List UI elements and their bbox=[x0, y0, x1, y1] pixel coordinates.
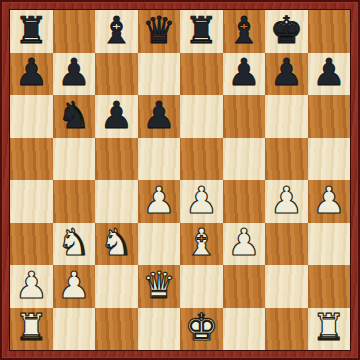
square-e1[interactable]: ♚ bbox=[180, 308, 223, 351]
square-d4[interactable]: ♟ bbox=[138, 180, 181, 223]
square-g8[interactable]: ♚ bbox=[265, 10, 308, 53]
square-c1[interactable] bbox=[95, 308, 138, 351]
square-c4[interactable] bbox=[95, 180, 138, 223]
square-c7[interactable] bbox=[95, 53, 138, 96]
black-knight: ♞ bbox=[57, 97, 90, 134]
square-d3[interactable] bbox=[138, 223, 181, 266]
square-b6[interactable]: ♞ bbox=[53, 95, 96, 138]
square-a7[interactable]: ♟ bbox=[10, 53, 53, 96]
black-rook: ♜ bbox=[185, 12, 218, 49]
square-d7[interactable] bbox=[138, 53, 181, 96]
square-e6[interactable] bbox=[180, 95, 223, 138]
white-pawn: ♟ bbox=[270, 182, 303, 219]
square-a2[interactable]: ♟ bbox=[10, 265, 53, 308]
square-h5[interactable] bbox=[308, 138, 351, 181]
white-pawn: ♟ bbox=[57, 267, 90, 304]
square-a6[interactable] bbox=[10, 95, 53, 138]
square-g6[interactable] bbox=[265, 95, 308, 138]
square-d1[interactable] bbox=[138, 308, 181, 351]
black-pawn: ♟ bbox=[57, 54, 90, 91]
black-rook: ♜ bbox=[15, 12, 48, 49]
square-b3[interactable]: ♞ bbox=[53, 223, 96, 266]
square-f3[interactable]: ♟ bbox=[223, 223, 266, 266]
square-h4[interactable]: ♟ bbox=[308, 180, 351, 223]
white-knight: ♞ bbox=[100, 224, 133, 261]
black-pawn: ♟ bbox=[270, 54, 303, 91]
square-a1[interactable]: ♜ bbox=[10, 308, 53, 351]
square-f2[interactable] bbox=[223, 265, 266, 308]
square-h8[interactable] bbox=[308, 10, 351, 53]
square-c2[interactable] bbox=[95, 265, 138, 308]
square-g7[interactable]: ♟ bbox=[265, 53, 308, 96]
square-h6[interactable] bbox=[308, 95, 351, 138]
square-c5[interactable] bbox=[95, 138, 138, 181]
white-pawn: ♟ bbox=[15, 267, 48, 304]
black-pawn: ♟ bbox=[312, 54, 345, 91]
black-pawn: ♟ bbox=[100, 97, 133, 134]
black-pawn: ♟ bbox=[142, 97, 175, 134]
square-d5[interactable] bbox=[138, 138, 181, 181]
white-knight: ♞ bbox=[57, 224, 90, 261]
square-f5[interactable] bbox=[223, 138, 266, 181]
square-f8[interactable]: ♝ bbox=[223, 10, 266, 53]
square-c6[interactable]: ♟ bbox=[95, 95, 138, 138]
black-pawn: ♟ bbox=[227, 54, 260, 91]
square-b5[interactable] bbox=[53, 138, 96, 181]
chess-board: ♜♝♛♜♝♚♟♟♟♟♟♞♟♟♟♟♟♟♞♞♝♟♟♟♛♜♚♜ bbox=[10, 10, 350, 350]
square-g1[interactable] bbox=[265, 308, 308, 351]
white-rook: ♜ bbox=[312, 309, 345, 346]
chess-board-frame: ♜♝♛♜♝♚♟♟♟♟♟♞♟♟♟♟♟♟♞♞♝♟♟♟♛♜♚♜ bbox=[0, 0, 360, 360]
square-f1[interactable] bbox=[223, 308, 266, 351]
square-g5[interactable] bbox=[265, 138, 308, 181]
black-king: ♚ bbox=[270, 12, 303, 49]
square-g3[interactable] bbox=[265, 223, 308, 266]
square-e4[interactable]: ♟ bbox=[180, 180, 223, 223]
black-queen: ♛ bbox=[142, 12, 175, 49]
square-g2[interactable] bbox=[265, 265, 308, 308]
square-d2[interactable]: ♛ bbox=[138, 265, 181, 308]
square-c8[interactable]: ♝ bbox=[95, 10, 138, 53]
square-e8[interactable]: ♜ bbox=[180, 10, 223, 53]
square-b4[interactable] bbox=[53, 180, 96, 223]
square-e5[interactable] bbox=[180, 138, 223, 181]
square-e2[interactable] bbox=[180, 265, 223, 308]
square-b8[interactable] bbox=[53, 10, 96, 53]
square-a4[interactable] bbox=[10, 180, 53, 223]
square-d8[interactable]: ♛ bbox=[138, 10, 181, 53]
square-e3[interactable]: ♝ bbox=[180, 223, 223, 266]
square-a8[interactable]: ♜ bbox=[10, 10, 53, 53]
white-rook: ♜ bbox=[15, 309, 48, 346]
white-queen: ♛ bbox=[142, 267, 175, 304]
white-pawn: ♟ bbox=[185, 182, 218, 219]
black-bishop: ♝ bbox=[227, 12, 260, 49]
white-pawn: ♟ bbox=[312, 182, 345, 219]
square-a3[interactable] bbox=[10, 223, 53, 266]
square-f7[interactable]: ♟ bbox=[223, 53, 266, 96]
white-pawn: ♟ bbox=[227, 224, 260, 261]
white-king: ♚ bbox=[185, 309, 218, 346]
square-h7[interactable]: ♟ bbox=[308, 53, 351, 96]
square-h1[interactable]: ♜ bbox=[308, 308, 351, 351]
square-b7[interactable]: ♟ bbox=[53, 53, 96, 96]
square-b1[interactable] bbox=[53, 308, 96, 351]
square-h2[interactable] bbox=[308, 265, 351, 308]
square-h3[interactable] bbox=[308, 223, 351, 266]
square-f6[interactable] bbox=[223, 95, 266, 138]
square-c3[interactable]: ♞ bbox=[95, 223, 138, 266]
black-bishop: ♝ bbox=[100, 12, 133, 49]
square-d6[interactable]: ♟ bbox=[138, 95, 181, 138]
square-b2[interactable]: ♟ bbox=[53, 265, 96, 308]
black-pawn: ♟ bbox=[15, 54, 48, 91]
white-pawn: ♟ bbox=[142, 182, 175, 219]
white-bishop: ♝ bbox=[185, 224, 218, 261]
square-g4[interactable]: ♟ bbox=[265, 180, 308, 223]
square-e7[interactable] bbox=[180, 53, 223, 96]
square-f4[interactable] bbox=[223, 180, 266, 223]
square-a5[interactable] bbox=[10, 138, 53, 181]
